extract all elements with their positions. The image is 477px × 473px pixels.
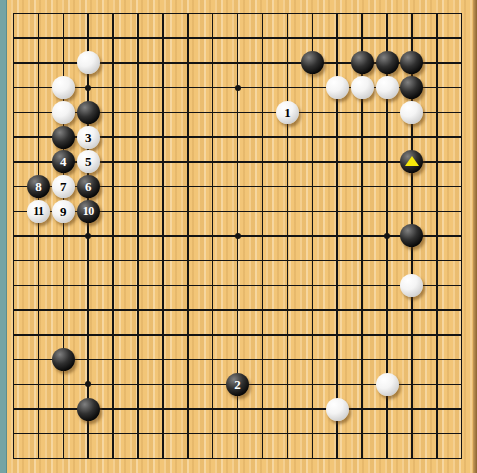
triangle-marker [405,156,419,166]
stone-black [400,150,423,173]
stone-white [52,76,75,99]
stone-white [376,76,399,99]
stone-black [400,76,423,99]
star-point [235,233,241,239]
move-number-label: 10 [83,205,94,217]
star-point [235,85,241,91]
star-point [85,381,91,387]
stone-white [326,398,349,421]
move-number-label: 3 [85,131,92,144]
grid-line-horizontal [13,433,463,435]
go-board[interactable]: 3458761191012 [0,0,477,473]
grid-line-horizontal [13,37,463,39]
move-number-label: 4 [60,155,67,168]
stone-black [376,51,399,74]
move-number-label: 1 [284,106,291,119]
move-number-label: 11 [33,205,43,217]
stone-white: 11 [27,200,50,223]
grid-line-horizontal [13,334,463,336]
stone-white: 1 [276,101,299,124]
grid-line-horizontal [13,458,463,460]
stone-black: 10 [77,200,100,223]
stone-black: 2 [226,373,249,396]
stone-white: 9 [52,200,75,223]
grid-line-horizontal [13,260,463,262]
star-point [85,233,91,239]
stone-white [376,373,399,396]
move-number-label: 2 [234,378,241,391]
move-number-label: 9 [60,205,67,218]
star-point [85,85,91,91]
stone-white [52,101,75,124]
stone-black [77,398,100,421]
stone-white [400,101,423,124]
grid-line-horizontal [13,285,463,287]
move-number-label: 5 [85,155,92,168]
stone-white: 5 [77,150,100,173]
move-number-label: 7 [60,180,67,193]
grid-line-horizontal [13,13,463,15]
move-number-label: 8 [35,180,42,193]
stone-white [77,51,100,74]
stone-black [77,101,100,124]
stone-black [400,51,423,74]
move-number-label: 6 [85,180,92,193]
stone-black: 8 [27,175,50,198]
stone-white: 3 [77,126,100,149]
stone-black [52,348,75,371]
grid-line-horizontal [13,359,463,361]
stone-white [326,76,349,99]
grid-line-horizontal [13,309,463,311]
board-right-edge [473,0,477,473]
stone-white [400,274,423,297]
star-point [384,233,390,239]
stone-black: 6 [77,175,100,198]
stone-white: 7 [52,175,75,198]
stone-black [351,51,374,74]
board-left-edge [0,0,7,473]
stone-black [301,51,324,74]
stone-black [52,126,75,149]
stone-white [351,76,374,99]
stone-black: 4 [52,150,75,173]
stone-black [400,224,423,247]
